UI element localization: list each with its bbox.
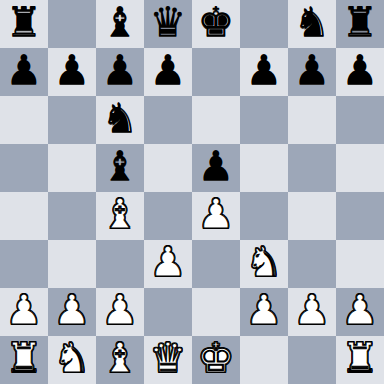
white-bishop-piece[interactable]: ♝: [102, 192, 139, 238]
black-pawn-piece[interactable]: ♟: [6, 48, 43, 94]
square-c6[interactable]: ♞: [96, 96, 144, 144]
square-b7[interactable]: ♟: [48, 48, 96, 96]
square-a7[interactable]: ♟: [0, 48, 48, 96]
black-knight-piece[interactable]: ♞: [294, 0, 331, 46]
black-knight-piece[interactable]: ♞: [102, 96, 139, 142]
white-rook-piece[interactable]: ♜: [342, 336, 379, 382]
square-g3[interactable]: [288, 240, 336, 288]
square-b2[interactable]: ♟: [48, 288, 96, 336]
square-b1[interactable]: ♞: [48, 336, 96, 384]
square-a3[interactable]: [0, 240, 48, 288]
white-bishop-piece[interactable]: ♝: [102, 336, 139, 382]
square-g8[interactable]: ♞: [288, 0, 336, 48]
square-b5[interactable]: [48, 144, 96, 192]
square-e8[interactable]: ♚: [192, 0, 240, 48]
square-f8[interactable]: [240, 0, 288, 48]
square-h2[interactable]: ♟: [336, 288, 384, 336]
square-f4[interactable]: [240, 192, 288, 240]
square-g7[interactable]: ♟: [288, 48, 336, 96]
white-pawn-piece[interactable]: ♟: [294, 288, 331, 334]
white-pawn-piece[interactable]: ♟: [102, 288, 139, 334]
square-d4[interactable]: [144, 192, 192, 240]
square-f6[interactable]: [240, 96, 288, 144]
square-a4[interactable]: [0, 192, 48, 240]
black-bishop-piece[interactable]: ♝: [102, 144, 139, 190]
square-g6[interactable]: [288, 96, 336, 144]
square-e6[interactable]: [192, 96, 240, 144]
square-c3[interactable]: [96, 240, 144, 288]
square-d7[interactable]: ♟: [144, 48, 192, 96]
square-d3[interactable]: ♟: [144, 240, 192, 288]
square-b8[interactable]: [48, 0, 96, 48]
black-rook-piece[interactable]: ♜: [6, 0, 43, 46]
square-h3[interactable]: [336, 240, 384, 288]
black-pawn-piece[interactable]: ♟: [102, 48, 139, 94]
black-pawn-piece[interactable]: ♟: [150, 48, 187, 94]
black-pawn-piece[interactable]: ♟: [198, 144, 235, 190]
square-g1[interactable]: [288, 336, 336, 384]
black-pawn-piece[interactable]: ♟: [294, 48, 331, 94]
black-pawn-piece[interactable]: ♟: [246, 48, 283, 94]
square-b4[interactable]: [48, 192, 96, 240]
square-a8[interactable]: ♜: [0, 0, 48, 48]
square-d2[interactable]: [144, 288, 192, 336]
white-king-piece[interactable]: ♚: [198, 336, 235, 382]
square-h5[interactable]: [336, 144, 384, 192]
square-f5[interactable]: [240, 144, 288, 192]
square-c4[interactable]: ♝: [96, 192, 144, 240]
square-d1[interactable]: ♛: [144, 336, 192, 384]
square-a2[interactable]: ♟: [0, 288, 48, 336]
black-rook-piece[interactable]: ♜: [342, 0, 379, 46]
white-pawn-piece[interactable]: ♟: [342, 288, 379, 334]
black-king-piece[interactable]: ♚: [198, 0, 235, 46]
square-b3[interactable]: [48, 240, 96, 288]
square-h4[interactable]: [336, 192, 384, 240]
black-bishop-piece[interactable]: ♝: [102, 0, 139, 46]
square-e4[interactable]: ♟: [192, 192, 240, 240]
square-h6[interactable]: [336, 96, 384, 144]
white-knight-piece[interactable]: ♞: [54, 336, 91, 382]
square-c8[interactable]: ♝: [96, 0, 144, 48]
white-pawn-piece[interactable]: ♟: [246, 288, 283, 334]
square-f7[interactable]: ♟: [240, 48, 288, 96]
black-queen-piece[interactable]: ♛: [150, 0, 187, 46]
square-e3[interactable]: [192, 240, 240, 288]
square-h7[interactable]: ♟: [336, 48, 384, 96]
square-c7[interactable]: ♟: [96, 48, 144, 96]
square-c5[interactable]: ♝: [96, 144, 144, 192]
square-e2[interactable]: [192, 288, 240, 336]
square-a1[interactable]: ♜: [0, 336, 48, 384]
square-d6[interactable]: [144, 96, 192, 144]
square-f3[interactable]: ♞: [240, 240, 288, 288]
white-queen-piece[interactable]: ♛: [150, 336, 187, 382]
square-e1[interactable]: ♚: [192, 336, 240, 384]
square-f1[interactable]: [240, 336, 288, 384]
black-pawn-piece[interactable]: ♟: [54, 48, 91, 94]
square-e5[interactable]: ♟: [192, 144, 240, 192]
black-pawn-piece[interactable]: ♟: [342, 48, 379, 94]
square-g2[interactable]: ♟: [288, 288, 336, 336]
square-a5[interactable]: [0, 144, 48, 192]
square-d5[interactable]: [144, 144, 192, 192]
square-e7[interactable]: [192, 48, 240, 96]
white-pawn-piece[interactable]: ♟: [198, 192, 235, 238]
square-d8[interactable]: ♛: [144, 0, 192, 48]
square-h8[interactable]: ♜: [336, 0, 384, 48]
white-pawn-piece[interactable]: ♟: [54, 288, 91, 334]
white-knight-piece[interactable]: ♞: [246, 240, 283, 286]
square-a6[interactable]: [0, 96, 48, 144]
square-c2[interactable]: ♟: [96, 288, 144, 336]
white-pawn-piece[interactable]: ♟: [6, 288, 43, 334]
square-b6[interactable]: [48, 96, 96, 144]
square-f2[interactable]: ♟: [240, 288, 288, 336]
square-c1[interactable]: ♝: [96, 336, 144, 384]
square-g5[interactable]: [288, 144, 336, 192]
square-h1[interactable]: ♜: [336, 336, 384, 384]
square-g4[interactable]: [288, 192, 336, 240]
white-rook-piece[interactable]: ♜: [6, 336, 43, 382]
chess-board: ♜♝♛♚♞♜♟♟♟♟♟♟♟♞♝♟♝♟♟♞♟♟♟♟♟♟♜♞♝♛♚♜: [0, 0, 384, 384]
white-pawn-piece[interactable]: ♟: [150, 240, 187, 286]
